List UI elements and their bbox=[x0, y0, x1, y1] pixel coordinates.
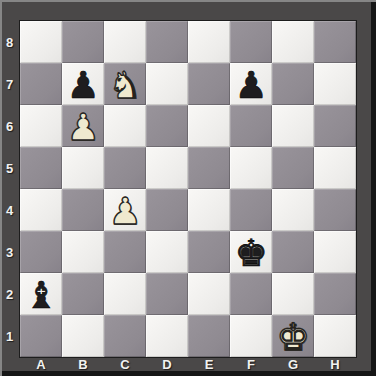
square-c7[interactable]: ♞ bbox=[104, 63, 146, 105]
square-f6[interactable] bbox=[230, 105, 272, 147]
square-d1[interactable] bbox=[146, 315, 188, 357]
square-g4[interactable] bbox=[272, 189, 314, 231]
square-d3[interactable] bbox=[146, 231, 188, 273]
square-c2[interactable] bbox=[104, 273, 146, 315]
square-c1[interactable] bbox=[104, 315, 146, 357]
file-label-g: G bbox=[272, 357, 314, 372]
rank-label-8: 8 bbox=[0, 21, 19, 63]
square-e8[interactable] bbox=[188, 21, 230, 63]
square-g1[interactable]: ♚ bbox=[272, 315, 314, 357]
file-label-h: H bbox=[314, 357, 356, 372]
black-bishop[interactable]: ♝ bbox=[24, 277, 57, 314]
square-h6[interactable] bbox=[314, 105, 356, 147]
file-label-f: F bbox=[230, 357, 272, 372]
rank-label-3: 3 bbox=[0, 231, 19, 273]
file-label-a: A bbox=[20, 357, 62, 372]
square-g7[interactable] bbox=[272, 63, 314, 105]
square-a6[interactable] bbox=[20, 105, 62, 147]
square-f1[interactable] bbox=[230, 315, 272, 357]
square-g2[interactable] bbox=[272, 273, 314, 315]
square-g6[interactable] bbox=[272, 105, 314, 147]
square-a5[interactable] bbox=[20, 147, 62, 189]
square-e3[interactable] bbox=[188, 231, 230, 273]
square-a4[interactable] bbox=[20, 189, 62, 231]
rank-labels: 87654321 bbox=[0, 21, 19, 357]
chess-board-frame: 87654321 ♟♞♟♟♟♚♝♚ ABCDEFGH bbox=[0, 0, 376, 376]
chess-board[interactable]: ♟♞♟♟♟♚♝♚ bbox=[19, 20, 357, 358]
square-f7[interactable]: ♟ bbox=[230, 63, 272, 105]
square-b6[interactable]: ♟ bbox=[62, 105, 104, 147]
square-a2[interactable]: ♝ bbox=[20, 273, 62, 315]
rank-label-2: 2 bbox=[0, 273, 19, 315]
rank-label-7: 7 bbox=[0, 63, 19, 105]
square-h5[interactable] bbox=[314, 147, 356, 189]
square-h1[interactable] bbox=[314, 315, 356, 357]
square-b7[interactable]: ♟ bbox=[62, 63, 104, 105]
square-c3[interactable] bbox=[104, 231, 146, 273]
file-label-d: D bbox=[146, 357, 188, 372]
square-b1[interactable] bbox=[62, 315, 104, 357]
file-label-b: B bbox=[62, 357, 104, 372]
square-a1[interactable] bbox=[20, 315, 62, 357]
black-king[interactable]: ♚ bbox=[234, 235, 267, 272]
square-f5[interactable] bbox=[230, 147, 272, 189]
square-c5[interactable] bbox=[104, 147, 146, 189]
file-label-c: C bbox=[104, 357, 146, 372]
square-d5[interactable] bbox=[146, 147, 188, 189]
square-b4[interactable] bbox=[62, 189, 104, 231]
white-pawn[interactable]: ♟ bbox=[108, 193, 141, 230]
square-b3[interactable] bbox=[62, 231, 104, 273]
rank-label-4: 4 bbox=[0, 189, 19, 231]
square-g8[interactable] bbox=[272, 21, 314, 63]
rank-label-5: 5 bbox=[0, 147, 19, 189]
square-h4[interactable] bbox=[314, 189, 356, 231]
square-a3[interactable] bbox=[20, 231, 62, 273]
square-e1[interactable] bbox=[188, 315, 230, 357]
white-king[interactable]: ♚ bbox=[276, 319, 309, 356]
rank-label-1: 1 bbox=[0, 315, 19, 357]
square-d2[interactable] bbox=[146, 273, 188, 315]
file-labels: ABCDEFGH bbox=[20, 357, 356, 372]
square-e5[interactable] bbox=[188, 147, 230, 189]
square-a7[interactable] bbox=[20, 63, 62, 105]
black-pawn[interactable]: ♟ bbox=[66, 67, 99, 104]
white-pawn[interactable]: ♟ bbox=[66, 109, 99, 146]
square-c8[interactable] bbox=[104, 21, 146, 63]
square-h8[interactable] bbox=[314, 21, 356, 63]
square-e2[interactable] bbox=[188, 273, 230, 315]
square-h7[interactable] bbox=[314, 63, 356, 105]
square-e7[interactable] bbox=[188, 63, 230, 105]
square-e6[interactable] bbox=[188, 105, 230, 147]
square-d7[interactable] bbox=[146, 63, 188, 105]
square-c4[interactable]: ♟ bbox=[104, 189, 146, 231]
square-b5[interactable] bbox=[62, 147, 104, 189]
square-d4[interactable] bbox=[146, 189, 188, 231]
white-knight[interactable]: ♞ bbox=[108, 67, 141, 104]
rank-label-6: 6 bbox=[0, 105, 19, 147]
square-d6[interactable] bbox=[146, 105, 188, 147]
square-g5[interactable] bbox=[272, 147, 314, 189]
square-h2[interactable] bbox=[314, 273, 356, 315]
square-a8[interactable] bbox=[20, 21, 62, 63]
black-pawn[interactable]: ♟ bbox=[234, 67, 267, 104]
square-f3[interactable]: ♚ bbox=[230, 231, 272, 273]
square-g3[interactable] bbox=[272, 231, 314, 273]
square-f8[interactable] bbox=[230, 21, 272, 63]
square-b8[interactable] bbox=[62, 21, 104, 63]
file-label-e: E bbox=[188, 357, 230, 372]
square-f2[interactable] bbox=[230, 273, 272, 315]
square-e4[interactable] bbox=[188, 189, 230, 231]
square-b2[interactable] bbox=[62, 273, 104, 315]
square-h3[interactable] bbox=[314, 231, 356, 273]
square-d8[interactable] bbox=[146, 21, 188, 63]
square-f4[interactable] bbox=[230, 189, 272, 231]
square-c6[interactable] bbox=[104, 105, 146, 147]
